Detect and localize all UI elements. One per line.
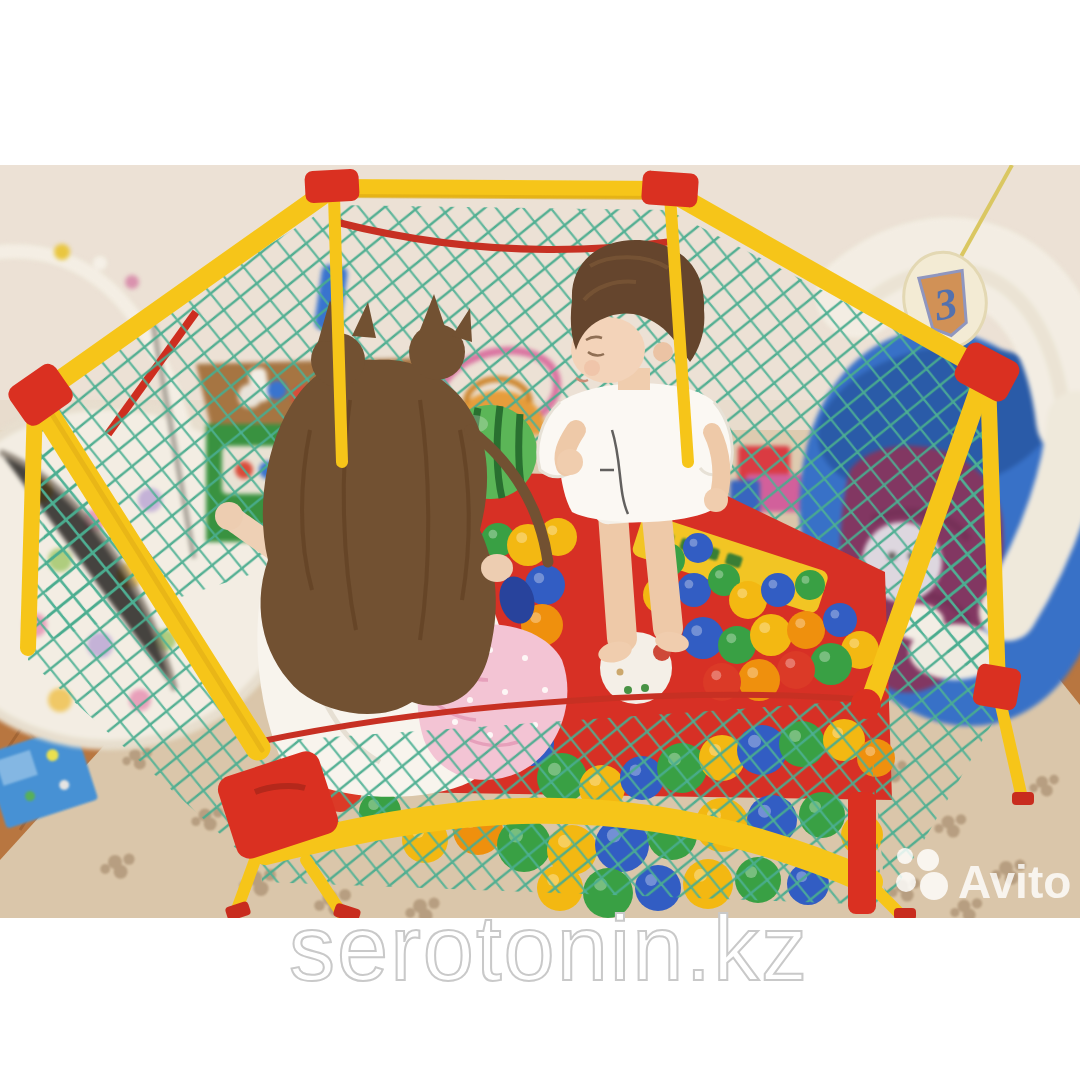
screenshot-root: 3 (0, 0, 1080, 1080)
photo-tint (0, 165, 1080, 918)
photo: 3 (0, 165, 1080, 924)
watermark-text: serotonin.kz (289, 897, 809, 999)
scene-canvas: 3 (0, 0, 1080, 1080)
avito-wordmark: Avito (958, 856, 1071, 908)
